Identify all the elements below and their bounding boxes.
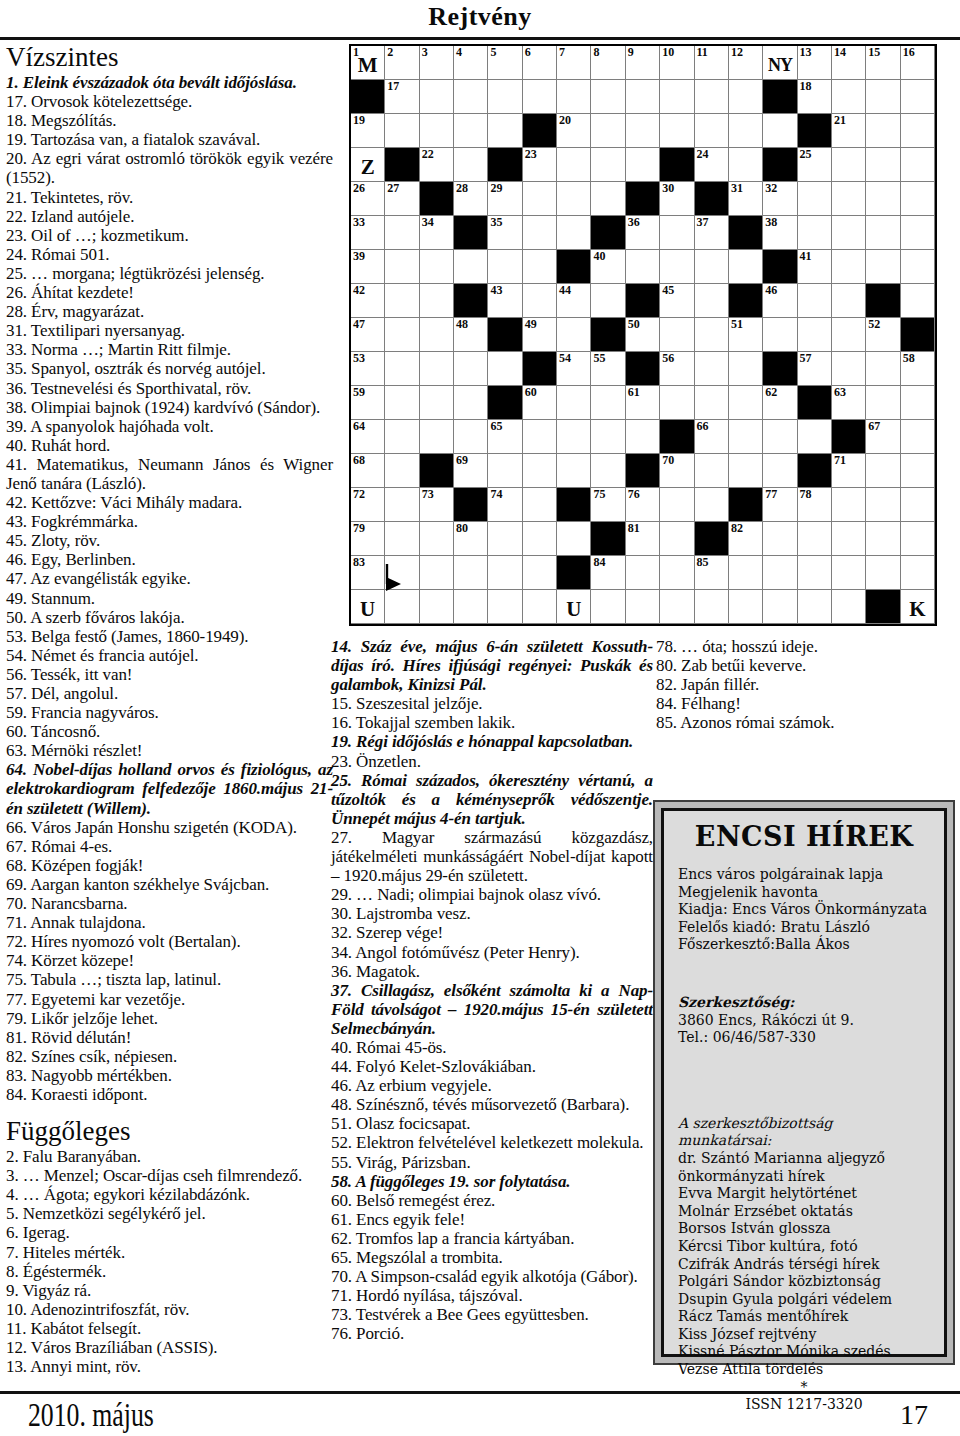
grid-cell[interactable] [420,284,454,318]
grid-cell[interactable] [695,250,729,284]
grid-cell[interactable] [832,148,866,182]
grid-cell[interactable] [523,420,557,454]
grid-cell-black [866,590,900,624]
grid-cell[interactable]: 43 [488,284,522,318]
grid-cell[interactable] [488,114,522,148]
grid-cell[interactable]: 72 [351,488,385,522]
grid-cell[interactable]: 2 [385,46,419,80]
grid-cell[interactable] [488,522,522,556]
clue: 36. Testnevelési és Sporthivatal, röv. [6,379,333,398]
grid-cell[interactable]: 28 [454,182,488,216]
grid-cell[interactable] [557,454,591,488]
grid-cell[interactable] [729,148,763,182]
grid-cell[interactable]: 22 [420,148,454,182]
grid-cell[interactable]: 32 [763,182,797,216]
grid-cell[interactable]: NY [763,46,797,80]
grid-cell[interactable] [763,114,797,148]
grid-cell[interactable] [454,590,488,624]
grid-cell[interactable] [385,420,419,454]
cell-number: 57 [800,352,812,365]
encsi-hirek-lines: Encs város polgárainak lapjaMegjelenik h… [678,866,930,1414]
grid-cell[interactable]: 83 [351,556,385,590]
grid-cell[interactable] [557,216,591,250]
grid-cell[interactable]: 42 [351,284,385,318]
grid-cell[interactable]: 74 [488,488,522,522]
grid-cell[interactable] [523,590,557,624]
footer-date: 2010. május [28,1397,154,1434]
grid-cell[interactable]: 56 [660,352,694,386]
grid-cell[interactable] [695,386,729,420]
grid-cell[interactable] [454,148,488,182]
grid-cell[interactable]: 82 [729,522,763,556]
cell-number: 20 [559,114,571,127]
grid-cell[interactable] [557,80,591,114]
grid-cell[interactable] [729,114,763,148]
grid-cell[interactable]: 46 [763,284,797,318]
grid-cell[interactable]: 63 [832,386,866,420]
grid-cell[interactable]: 65 [488,420,522,454]
grid-cell[interactable] [557,182,591,216]
cell-number: 52 [868,318,880,331]
grid-cell[interactable]: K [901,590,935,624]
grid-cell[interactable] [591,80,625,114]
grid-cell[interactable]: 75 [591,488,625,522]
grid-cell[interactable] [695,590,729,624]
grid-cell[interactable] [420,556,454,590]
grid-cell[interactable] [385,454,419,488]
page-title: Rejtvény [0,2,960,32]
clue: 3. … Menzel; Oscar-díjas cseh filmrendez… [6,1166,333,1185]
grid-cell[interactable] [832,250,866,284]
grid-cell[interactable] [695,352,729,386]
grid-cell[interactable] [901,488,935,522]
grid-cell[interactable] [591,386,625,420]
grid-cell[interactable]: 44 [557,284,591,318]
grid-cell[interactable] [832,318,866,352]
grid-cell[interactable] [901,114,935,148]
cell-number: 33 [353,216,365,229]
grid-cell[interactable] [901,522,935,556]
grid-cell[interactable] [523,522,557,556]
grid-cell[interactable]: 79 [351,522,385,556]
grid-cell[interactable]: 8 [591,46,625,80]
grid-cell[interactable] [901,284,935,318]
grid-cell[interactable] [420,80,454,114]
grid-cell[interactable]: 58 [901,352,935,386]
grid-cell[interactable] [901,148,935,182]
grid-cell[interactable] [832,522,866,556]
grid-cell[interactable] [660,114,694,148]
grid-cell[interactable]: 47 [351,318,385,352]
grid-cell[interactable]: 20 [557,114,591,148]
grid-cell[interactable]: 18 [798,80,832,114]
cell-number: 16 [903,46,915,59]
grid-cell[interactable] [454,420,488,454]
grid-cell[interactable] [866,522,900,556]
grid-cell[interactable] [763,590,797,624]
clue: 45. Zloty, röv. [6,531,333,550]
grid-cell[interactable]: 14 [832,46,866,80]
grid-cell[interactable]: 30 [660,182,694,216]
grid-cell[interactable] [557,386,591,420]
grid-cell[interactable] [591,454,625,488]
grid-cell[interactable]: 4 [454,46,488,80]
grid-cell[interactable]: 10 [660,46,694,80]
grid-cell[interactable] [385,386,419,420]
grid-cell[interactable] [385,590,419,624]
grid-cell[interactable]: 26 [351,182,385,216]
clue: 54. Német és francia autójel. [6,646,333,665]
cell-number: 61 [628,386,640,399]
grid-cell[interactable] [832,590,866,624]
grid-cell[interactable] [866,556,900,590]
clue: 27. Magyar származású közgazdász, játéke… [331,828,653,885]
grid-cell[interactable] [420,352,454,386]
grid-cell-black [695,522,729,556]
grid-cell[interactable] [454,114,488,148]
cell-number: 74 [490,488,502,501]
grid-cell[interactable] [626,148,660,182]
grid-cell[interactable] [763,556,797,590]
grid-cell[interactable] [591,114,625,148]
grid-cell[interactable]: 54 [557,352,591,386]
grid-cell[interactable]: 34 [420,216,454,250]
grid-cell[interactable]: 51 [729,318,763,352]
encsi-hirek-title: ENCSI HÍREK [678,821,930,852]
grid-cell[interactable] [488,556,522,590]
grid-cell[interactable] [832,352,866,386]
grid-cell[interactable] [420,114,454,148]
grid-cell[interactable] [385,318,419,352]
clue: 51. Olasz focicsapat. [331,1114,653,1133]
grid-cell[interactable]: 15 [866,46,900,80]
grid-cell[interactable] [660,590,694,624]
grid-cell[interactable] [557,420,591,454]
grid-cell[interactable]: 37 [695,216,729,250]
box-line: Kiss József rejtvény [678,1326,930,1344]
grid-cell[interactable] [660,386,694,420]
grid-cell[interactable] [866,352,900,386]
grid-cell[interactable]: 3 [420,46,454,80]
grid-cell-black [626,352,660,386]
grid-cell[interactable] [798,420,832,454]
clue: 22. Izland autójele. [6,207,333,226]
cell-number: 65 [490,420,502,433]
grid-cell[interactable]: 11 [695,46,729,80]
grid-cell[interactable]: 71 [832,454,866,488]
down-clues-3: 78. … óta; hosszú ideje.80. Zab betűi ke… [656,637,956,732]
grid-cell[interactable] [695,80,729,114]
grid-cell[interactable]: 9 [626,46,660,80]
grid-cell[interactable] [729,590,763,624]
clue: 60. Táncosnő. [6,722,333,741]
clue: 65. Megszólal a trombita. [331,1248,653,1267]
grid-cell[interactable] [798,318,832,352]
grid-cell[interactable]: 17 [385,80,419,114]
clue: 72. Híres nyomozó volt (Bertalan). [6,932,333,951]
grid-cell[interactable] [454,386,488,420]
grid-cell[interactable]: 49 [523,318,557,352]
cell-number: 11 [697,46,708,59]
grid-cell[interactable]: 33 [351,216,385,250]
grid-cell[interactable] [488,352,522,386]
grid-cell[interactable] [626,556,660,590]
grid-cell[interactable] [866,114,900,148]
grid-cell[interactable] [385,114,419,148]
grid-cell[interactable]: U [557,590,591,624]
grid-cell[interactable]: 84 [591,556,625,590]
grid-cell-black [660,420,694,454]
grid-cell[interactable] [420,420,454,454]
grid-cell[interactable]: 24 [695,148,729,182]
grid-cell[interactable] [488,250,522,284]
grid-cell[interactable] [660,522,694,556]
grid-cell[interactable] [729,386,763,420]
grid-cell[interactable]: 52 [866,318,900,352]
grid-cell[interactable] [832,182,866,216]
grid-cell[interactable]: 35 [488,216,522,250]
grid-cell[interactable] [523,182,557,216]
grid-cell[interactable]: 36 [626,216,660,250]
grid-cell[interactable] [523,80,557,114]
grid-cell-black [866,284,900,318]
clue: 21. Tekintetes, röv. [6,188,333,207]
grid-cell[interactable]: 77 [763,488,797,522]
cell-number: 43 [490,284,502,297]
grid-cell[interactable]: 38 [763,216,797,250]
grid-cell[interactable] [695,488,729,522]
grid-cell[interactable]: 64 [351,420,385,454]
grid-cell[interactable] [591,420,625,454]
grid-cell[interactable] [454,250,488,284]
grid-cell[interactable]: 85 [695,556,729,590]
grid-cell[interactable] [420,318,454,352]
grid-cell[interactable] [901,454,935,488]
grid-cell[interactable] [420,590,454,624]
grid-cell[interactable] [763,454,797,488]
grid-cell[interactable] [866,182,900,216]
grid-cell[interactable]: 41 [798,250,832,284]
grid-cell[interactable] [454,352,488,386]
grid-cell[interactable] [626,114,660,148]
grid-cell[interactable] [454,556,488,590]
grid-cell[interactable] [798,216,832,250]
grid-cell[interactable] [523,454,557,488]
grid-cell-black [626,454,660,488]
grid-cell[interactable] [523,250,557,284]
grid-cell[interactable] [763,420,797,454]
grid-cell[interactable]: 6 [523,46,557,80]
grid-cell[interactable] [901,182,935,216]
clue: 73. Testvérek a Bee Gees együttesben. [331,1305,653,1324]
grid-cell[interactable]: 80 [454,522,488,556]
grid-cell[interactable] [523,284,557,318]
box-gap [678,970,930,978]
grid-cell[interactable]: 31 [729,182,763,216]
grid-cell[interactable]: 19 [351,114,385,148]
grid-cell[interactable]: 16 [901,46,935,80]
grid-cell[interactable] [866,250,900,284]
grid-cell[interactable] [385,488,419,522]
grid-cell[interactable] [901,80,935,114]
clue: 71. Annak tulajdona. [6,913,333,932]
grid-cell[interactable] [729,352,763,386]
grid-cell[interactable]: 7 [557,46,591,80]
grid-cell[interactable]: 57 [798,352,832,386]
grid-cell[interactable] [729,80,763,114]
grid-cell[interactable] [660,216,694,250]
clue: 16. Tokajjal szemben lakik. [331,713,653,732]
grid-cell[interactable] [798,522,832,556]
grid-cell[interactable] [729,454,763,488]
grid-cell[interactable]: 76 [626,488,660,522]
grid-cell[interactable] [660,318,694,352]
grid-cell[interactable]: 13 [798,46,832,80]
grid-cell[interactable] [763,522,797,556]
clue: 49. Stannum. [6,589,333,608]
grid-cell[interactable] [763,318,797,352]
grid-cell[interactable] [901,420,935,454]
grid-cell[interactable] [901,386,935,420]
grid-cell[interactable]: 70 [660,454,694,488]
grid-cell[interactable] [454,80,488,114]
cell-number: 36 [628,216,640,229]
grid-cell[interactable] [420,386,454,420]
grid-cell[interactable]: 40 [591,250,625,284]
grid-cell[interactable] [729,556,763,590]
grid-cell[interactable] [591,182,625,216]
grid-cell[interactable] [866,216,900,250]
grid-cell[interactable]: U [351,590,385,624]
grid-cell[interactable] [385,522,419,556]
grid-cell[interactable]: 53 [351,352,385,386]
grid-cell[interactable] [866,488,900,522]
grid-cell[interactable] [798,590,832,624]
grid-cell[interactable]: 67 [866,420,900,454]
grid-cell[interactable]: 61 [626,386,660,420]
grid-cell[interactable]: 66 [695,420,729,454]
grid-cell[interactable] [385,250,419,284]
grid-cell[interactable]: 50 [626,318,660,352]
grid-cell[interactable] [626,590,660,624]
grid-cell[interactable] [660,488,694,522]
grid-cell[interactable]: 68 [351,454,385,488]
cell-number: 75 [593,488,605,501]
grid-cell[interactable]: 48 [454,318,488,352]
grid-cell[interactable] [866,386,900,420]
grid-cell[interactable] [420,250,454,284]
grid-cell[interactable] [866,454,900,488]
cell-number: 40 [593,250,605,263]
grid-cell[interactable]: 62 [763,386,797,420]
grid-cell-black [454,284,488,318]
grid-cell[interactable] [695,114,729,148]
grid-cell[interactable] [695,318,729,352]
grid-cell[interactable] [798,182,832,216]
grid-cell[interactable] [660,250,694,284]
grid-cell[interactable]: 81 [626,522,660,556]
grid-cell[interactable]: 23 [523,148,557,182]
grid-cell[interactable] [832,556,866,590]
grid-cell[interactable] [832,488,866,522]
grid-cell[interactable] [798,284,832,318]
grid-cell[interactable]: 25 [798,148,832,182]
grid-cell[interactable]: 12 [729,46,763,80]
grid-cell[interactable]: 29 [488,182,522,216]
grid-cell[interactable] [591,590,625,624]
grid-cell[interactable]: 78 [798,488,832,522]
grid-cell[interactable] [901,250,935,284]
grid-cell[interactable] [523,488,557,522]
grid-cell[interactable] [695,284,729,318]
grid-cell[interactable] [832,80,866,114]
grid-cell[interactable]: 27 [385,182,419,216]
grid-cell[interactable] [420,522,454,556]
grid-cell[interactable] [385,352,419,386]
grid-cell[interactable] [626,420,660,454]
grid-cell[interactable]: Z [351,148,385,182]
grid-cell[interactable] [660,556,694,590]
grid-cell[interactable] [385,216,419,250]
grid-cell[interactable] [523,556,557,590]
grid-cell[interactable] [626,80,660,114]
grid-cell[interactable] [488,80,522,114]
grid-cell[interactable]: 55 [591,352,625,386]
clue: 60. Belső remegést érez. [331,1191,653,1210]
box-line: Evva Margit helytörténet [678,1185,930,1203]
grid-cell[interactable]: 39 [351,250,385,284]
box-line: Czifrák András térségi hírek [678,1256,930,1274]
cell-letter: K [901,598,934,621]
grid-cell[interactable] [695,454,729,488]
grid-cell[interactable] [866,148,900,182]
grid-cell[interactable] [626,250,660,284]
grid-cell[interactable] [557,522,591,556]
grid-cell[interactable] [832,216,866,250]
grid-cell[interactable] [798,556,832,590]
grid-cell-black [420,454,454,488]
grid-cell[interactable] [729,250,763,284]
grid-cell[interactable]: 69 [454,454,488,488]
grid-cell[interactable] [866,80,900,114]
grid-cell[interactable] [901,556,935,590]
footer-rule [0,1391,960,1394]
grid-cell-black [798,386,832,420]
grid-cell[interactable] [557,318,591,352]
grid-cell[interactable] [591,284,625,318]
grid-cell[interactable] [488,454,522,488]
grid-cell[interactable]: 73 [420,488,454,522]
grid-cell[interactable] [488,590,522,624]
clue: 47. Az evangélisták egyike. [6,569,333,588]
grid-cell[interactable] [591,148,625,182]
grid-cell-black [454,488,488,522]
grid-cell[interactable]: 45 [660,284,694,318]
grid-cell[interactable]: 59 [351,386,385,420]
clue: 12. Város Brazíliában (ASSIS). [6,1338,333,1357]
grid-cell[interactable]: 5 [488,46,522,80]
grid-cell[interactable] [557,148,591,182]
grid-cell[interactable]: 1M [351,46,385,80]
grid-cell[interactable] [832,284,866,318]
grid-cell[interactable] [660,80,694,114]
grid-cell[interactable] [729,420,763,454]
grid-cell[interactable]: 21 [832,114,866,148]
grid-cell[interactable] [901,216,935,250]
grid-cell[interactable]: 60 [523,386,557,420]
grid-cell[interactable] [385,284,419,318]
grid-cell[interactable] [523,216,557,250]
